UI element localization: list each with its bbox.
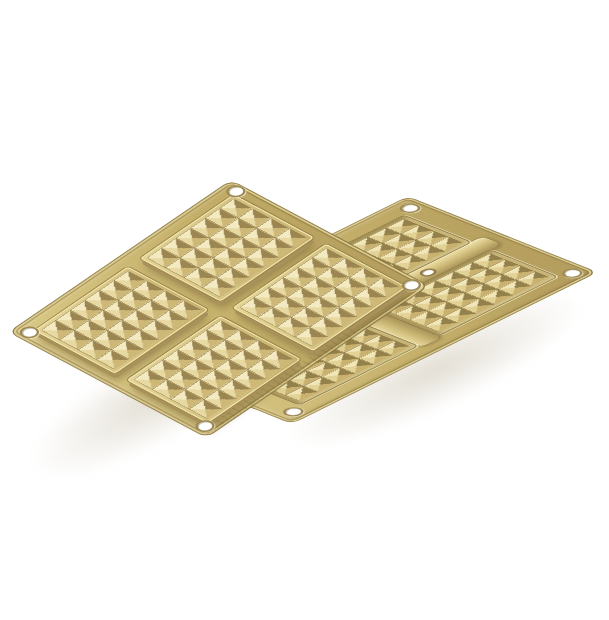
product-photo	[0, 0, 609, 620]
